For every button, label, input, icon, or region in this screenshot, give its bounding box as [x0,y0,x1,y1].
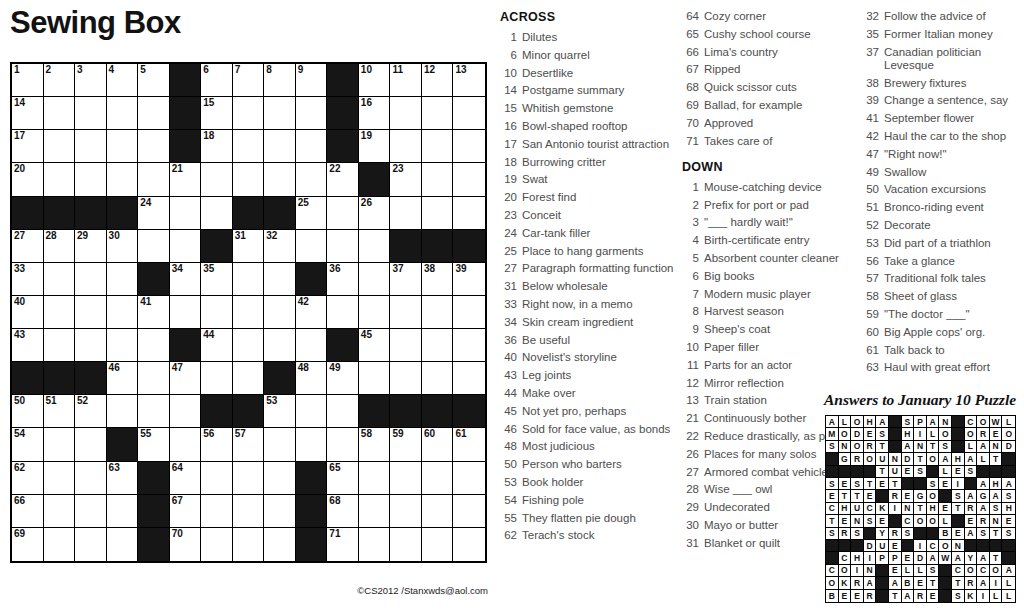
grid-cell[interactable]: 61 [453,428,485,461]
grid-cell[interactable] [138,230,170,263]
clue-item-number: 62 [500,529,517,542]
grid-cell[interactable]: 30 [107,230,139,263]
grid-cell[interactable] [107,263,139,296]
grid-cell[interactable]: 52 [75,395,107,428]
grid-cell[interactable]: 55 [138,428,170,461]
answer-letter-cell: S [914,466,927,478]
clue-item-number: 37 [862,46,879,72]
clue-number: 55 [140,429,151,439]
black-cell [296,263,328,296]
answer-letter-cell: T [864,478,877,490]
grid-cell[interactable] [453,329,485,362]
grid-cell[interactable] [44,296,76,329]
answer-letter-cell: S [851,528,864,540]
grid-cell[interactable] [359,263,391,296]
grid-cell[interactable] [422,362,454,395]
clue-item-number: 26 [682,448,699,461]
grid-cell[interactable] [233,362,265,395]
grid-cell[interactable]: 46 [107,362,139,395]
grid-cell[interactable] [233,97,265,130]
grid-cell[interactable]: 15 [201,97,233,130]
grid-cell[interactable] [44,428,76,461]
answer-letter-cell: T [889,478,902,490]
grid-cell[interactable] [44,528,76,561]
grid-cell[interactable] [359,528,391,561]
clue-number: 65 [329,463,340,473]
clue-number: 2 [46,65,52,75]
grid-cell[interactable]: 2 [44,64,76,97]
grid-cell[interactable] [201,163,233,196]
grid-cell[interactable] [107,528,139,561]
grid-cell[interactable] [138,395,170,428]
grid-cell[interactable]: 37 [390,263,422,296]
clue-number: 60 [424,429,435,439]
clue-item-text: Most judicious [522,440,676,453]
grid-cell[interactable] [390,197,422,230]
grid-cell[interactable] [107,97,139,130]
grid-cell[interactable]: 22 [327,163,359,196]
clue-item-number: 6 [682,270,699,283]
grid-cell[interactable] [359,495,391,528]
grid-cell[interactable] [107,296,139,329]
answer-letter-cell: A [965,528,978,540]
grid-cell[interactable]: 29 [75,230,107,263]
grid-cell[interactable] [359,296,391,329]
answer-letter-cell: E [889,565,902,577]
grid-cell[interactable] [170,296,202,329]
grid-cell[interactable]: 11 [390,64,422,97]
answer-letter-cell: S [826,441,839,453]
answer-black-cell [876,577,889,589]
clue-item-text: Desertlike [522,67,676,80]
grid-cell[interactable] [201,528,233,561]
grid-cell[interactable]: 17 [12,130,44,163]
grid-cell[interactable] [75,528,107,561]
grid-cell[interactable]: 14 [12,97,44,130]
grid-cell[interactable] [453,97,485,130]
grid-cell[interactable]: 18 [201,130,233,163]
grid-cell[interactable] [359,362,391,395]
grid-cell[interactable] [359,230,391,263]
grid-cell[interactable]: 1 [12,64,44,97]
grid-cell[interactable] [264,163,296,196]
clue-item: 67Ripped [682,63,858,76]
grid-cell[interactable] [170,395,202,428]
grid-cell[interactable]: 60 [422,428,454,461]
grid-cell[interactable] [422,528,454,561]
answer-letter-cell: L [927,428,940,440]
clue-item: 51Bronco-riding event [862,201,1022,214]
clue-item-number: 19 [500,173,517,186]
grid-cell[interactable]: 10 [359,64,391,97]
grid-cell[interactable]: 66 [12,495,44,528]
grid-cell[interactable] [201,495,233,528]
grid-cell[interactable] [327,395,359,428]
answer-letter-cell: S [977,528,990,540]
answer-black-cell [1002,466,1015,478]
answer-letter-cell: A [977,478,990,490]
grid-cell[interactable] [390,296,422,329]
answer-black-cell [939,577,952,589]
answer-letter-cell: O [939,540,952,552]
answer-letter-cell: B [902,577,915,589]
answer-black-cell [952,441,965,453]
grid-cell[interactable] [107,495,139,528]
grid-cell[interactable] [296,329,328,362]
grid-cell[interactable] [296,230,328,263]
grid-cell[interactable]: 43 [12,329,44,362]
grid-cell[interactable]: 26 [359,197,391,230]
clue-item: 10Paper filler [682,341,858,354]
clue-item: 56Take a glance [862,255,1022,268]
grid-cell[interactable] [422,462,454,495]
grid-cell[interactable]: 25 [296,197,328,230]
grid-cell[interactable]: 23 [390,163,422,196]
grid-cell[interactable]: 34 [170,263,202,296]
grid-cell[interactable] [390,462,422,495]
grid-cell[interactable] [422,296,454,329]
clue-item: 52Decorate [862,219,1022,232]
grid-cell[interactable]: 13 [453,64,485,97]
black-cell [233,197,265,230]
black-cell [201,395,233,428]
grid-cell[interactable]: 12 [422,64,454,97]
grid-cell[interactable] [264,296,296,329]
grid-cell[interactable]: 36 [327,263,359,296]
grid-cell[interactable] [422,130,454,163]
grid-cell[interactable] [233,462,265,495]
grid-cell[interactable]: 69 [12,528,44,561]
grid-cell[interactable]: 8 [264,64,296,97]
clue-item-text: Big books [704,270,858,283]
grid-cell[interactable] [453,163,485,196]
answer-letter-cell: S [952,590,965,602]
grid-cell[interactable] [233,163,265,196]
grid-cell[interactable] [138,163,170,196]
grid-cell[interactable]: 71 [327,528,359,561]
grid-cell[interactable] [170,428,202,461]
answer-letter-cell: I [914,540,927,552]
grid-cell[interactable]: 9 [296,64,328,97]
grid-cell[interactable] [75,462,107,495]
answer-letter-cell: R [864,590,877,602]
grid-cell[interactable] [233,528,265,561]
grid-cell[interactable] [201,197,233,230]
grid-cell[interactable]: 35 [201,263,233,296]
answers-title: Answers to January 10 Puzzle [824,391,1016,409]
grid-cell[interactable]: 7 [233,64,265,97]
grid-cell[interactable]: 5 [138,64,170,97]
grid-cell[interactable] [44,163,76,196]
grid-cell[interactable]: 19 [359,130,391,163]
crossword-grid[interactable]: 1234567891011121314151617181920212223242… [10,62,487,563]
grid-cell[interactable]: 32 [264,230,296,263]
grid-cell[interactable] [390,329,422,362]
grid-cell[interactable] [138,362,170,395]
answer-letter-cell: E [902,466,915,478]
answer-letter-cell: N [914,441,927,453]
grid-cell[interactable] [201,462,233,495]
grid-cell[interactable] [75,130,107,163]
grid-cell[interactable] [422,163,454,196]
grid-cell[interactable]: 20 [12,163,44,196]
clue-item-number: 20 [500,191,517,204]
clue-item-number: 42 [862,130,879,143]
clue-item-number: 18 [500,156,517,169]
grid-cell[interactable] [138,97,170,130]
grid-cell[interactable] [422,329,454,362]
grid-cell[interactable] [264,97,296,130]
grid-cell[interactable]: 48 [296,362,328,395]
clue-item-number: 69 [682,99,699,112]
grid-cell[interactable]: 50 [12,395,44,428]
grid-cell[interactable] [422,197,454,230]
grid-cell[interactable]: 41 [138,296,170,329]
answer-letter-cell: K [876,503,889,515]
grid-cell[interactable] [44,495,76,528]
grid-cell[interactable] [453,296,485,329]
grid-cell[interactable] [453,462,485,495]
grid-cell[interactable]: 67 [170,495,202,528]
answer-letter-cell: H [952,453,965,465]
clue-item-number: 64 [682,10,699,23]
clue-item-number: 35 [862,28,879,41]
clue-item-text: Forest find [522,191,676,204]
answer-letter-cell: E [876,515,889,527]
black-cell [170,329,202,362]
grid-cell[interactable]: 6 [201,64,233,97]
answer-black-cell [889,416,902,428]
grid-cell[interactable]: 63 [107,462,139,495]
grid-cell[interactable]: 53 [264,395,296,428]
clue-item-number: 1 [500,31,517,44]
grid-cell[interactable] [390,362,422,395]
grid-cell[interactable]: 54 [12,428,44,461]
clue-item-text: Fishing pole [522,494,676,507]
clue-item: 71Takes care of [682,135,858,148]
answer-letter-cell: A [902,441,915,453]
clue-number: 57 [235,429,246,439]
grid-cell[interactable] [75,428,107,461]
grid-cell[interactable] [233,495,265,528]
clue-item: 48Most judicious [500,440,676,453]
grid-cell[interactable]: 59 [390,428,422,461]
grid-cell[interactable] [44,462,76,495]
clue-number: 29 [77,231,88,241]
grid-cell[interactable]: 47 [170,362,202,395]
answer-letter-cell: S [902,416,915,428]
answer-letter-cell: R [851,577,864,589]
answer-letter-cell: L [1002,590,1015,602]
clue-item: 32Follow the advice of [862,10,1022,23]
grid-cell[interactable]: 56 [201,428,233,461]
grid-cell[interactable] [264,130,296,163]
clue-item-number: 21 [682,412,699,425]
grid-cell[interactable] [75,263,107,296]
grid-cell[interactable] [422,495,454,528]
grid-cell[interactable] [453,130,485,163]
clue-item: 4Birth-certificate entry [682,234,858,247]
grid-cell[interactable]: 45 [359,329,391,362]
answer-letter-cell: A [927,552,940,564]
grid-cell[interactable]: 44 [201,329,233,362]
grid-cell[interactable] [453,197,485,230]
grid-cell[interactable] [138,130,170,163]
clue-item-text: Book holder [522,476,676,489]
grid-cell[interactable] [390,97,422,130]
answer-letter-cell: O [839,565,852,577]
grid-cell[interactable]: 3 [75,64,107,97]
grid-cell[interactable] [170,230,202,263]
grid-cell[interactable]: 42 [296,296,328,329]
answer-letter-cell: A [977,577,990,589]
clue-item: 66Lima's country [682,46,858,59]
clue-number: 51 [46,396,57,406]
clue-number: 23 [392,164,403,174]
answer-letter-cell: E [1002,515,1015,527]
grid-cell[interactable]: 33 [12,263,44,296]
grid-cell[interactable] [107,329,139,362]
grid-cell[interactable] [264,462,296,495]
grid-cell[interactable]: 57 [233,428,265,461]
answer-letter-cell: A [990,490,1003,502]
clue-item-text: Take a glance [884,255,1022,268]
clue-number: 35 [203,264,214,274]
clue-item-text: Sold for face value, as bonds [522,423,676,436]
grid-cell[interactable] [327,296,359,329]
grid-cell[interactable] [453,528,485,561]
black-cell [422,230,454,263]
grid-cell[interactable] [201,362,233,395]
clue-item: 57Traditional folk tales [862,272,1022,285]
grid-cell[interactable] [264,428,296,461]
clue-item: 50Vacation excursions [862,183,1022,196]
grid-cell[interactable]: 58 [359,428,391,461]
grid-cell[interactable] [75,163,107,196]
grid-cell[interactable] [44,97,76,130]
clue-item-number: 43 [500,369,517,382]
clue-item-number: 58 [862,290,879,303]
clue-item-text: September flower [884,112,1022,125]
grid-cell[interactable]: 64 [170,462,202,495]
grid-cell[interactable] [75,97,107,130]
grid-cell[interactable] [170,197,202,230]
grid-cell[interactable] [390,528,422,561]
clue-number: 53 [266,396,277,406]
grid-cell[interactable] [264,495,296,528]
grid-cell[interactable] [390,495,422,528]
grid-cell[interactable] [359,462,391,495]
grid-cell[interactable]: 68 [327,495,359,528]
grid-cell[interactable] [138,329,170,362]
grid-cell[interactable]: 39 [453,263,485,296]
grid-cell[interactable]: 27 [12,230,44,263]
clue-item-text: Modern music player [704,288,858,301]
clue-item: 70Approved [682,117,858,130]
grid-cell[interactable] [296,97,328,130]
grid-cell[interactable]: 49 [327,362,359,395]
grid-cell[interactable] [264,528,296,561]
grid-cell[interactable] [44,263,76,296]
answer-letter-cell: O [914,515,927,527]
grid-cell[interactable] [327,428,359,461]
grid-cell[interactable] [422,97,454,130]
grid-cell[interactable] [296,163,328,196]
puzzle-title: Sewing Box [10,5,181,41]
grid-cell[interactable]: 31 [233,230,265,263]
grid-cell[interactable] [233,329,265,362]
grid-cell[interactable]: 16 [359,97,391,130]
grid-cell[interactable] [327,197,359,230]
across-clues-list: 1Dilutes6Minor quarrel10Desertlike14Post… [500,31,676,543]
grid-cell[interactable] [44,130,76,163]
grid-cell[interactable] [201,296,233,329]
grid-cell[interactable] [75,495,107,528]
clue-number: 44 [203,330,214,340]
grid-cell[interactable]: 70 [170,528,202,561]
answer-letter-cell: I [952,478,965,490]
answer-black-cell [876,565,889,577]
clue-item-text: "___ hardly wait!" [704,216,858,229]
clue-item-number: 31 [500,280,517,293]
answer-letter-cell: L [990,590,1003,602]
grid-cell[interactable]: 51 [44,395,76,428]
grid-cell[interactable] [233,296,265,329]
clue-item-number: 16 [500,120,517,133]
grid-cell[interactable] [296,428,328,461]
grid-cell[interactable] [233,130,265,163]
grid-cell[interactable]: 4 [107,64,139,97]
answer-black-cell [839,540,852,552]
answer-letter-cell: C [965,416,978,428]
grid-cell[interactable] [107,395,139,428]
grid-cell[interactable] [296,130,328,163]
clue-item-text: Quick scissor cuts [704,81,858,94]
answer-letter-cell: T [876,441,889,453]
grid-cell[interactable] [390,130,422,163]
grid-cell[interactable] [327,230,359,263]
clue-item-number: 4 [682,234,699,247]
grid-cell[interactable] [75,329,107,362]
answer-black-cell [889,428,902,440]
grid-cell[interactable] [233,263,265,296]
grid-cell[interactable]: 21 [170,163,202,196]
grid-cell[interactable]: 38 [422,263,454,296]
clue-item-text: Big Apple cops' org. [884,326,1022,339]
grid-cell[interactable] [75,296,107,329]
grid-cell[interactable] [264,263,296,296]
answer-letter-cell: K [965,590,978,602]
grid-cell[interactable] [107,163,139,196]
grid-cell[interactable]: 24 [138,197,170,230]
grid-cell[interactable] [453,495,485,528]
clue-number: 50 [14,396,25,406]
grid-cell[interactable] [296,395,328,428]
grid-cell[interactable]: 65 [327,462,359,495]
grid-cell[interactable] [107,130,139,163]
grid-cell[interactable]: 40 [12,296,44,329]
clue-item: 3"___ hardly wait!" [682,216,858,229]
answer-letter-cell: N [839,441,852,453]
grid-cell[interactable] [264,329,296,362]
grid-cell[interactable] [453,362,485,395]
black-cell [422,395,454,428]
black-cell [12,362,44,395]
grid-cell[interactable]: 28 [44,230,76,263]
grid-cell[interactable] [44,329,76,362]
grid-cell[interactable]: 62 [12,462,44,495]
clue-item-number: 54 [500,494,517,507]
